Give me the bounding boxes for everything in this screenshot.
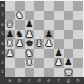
square-f1[interactable] bbox=[54, 68, 64, 78]
piece-white-rook: ♜ bbox=[6, 39, 14, 48]
square-e6[interactable] bbox=[44, 20, 54, 30]
square-b2[interactable] bbox=[15, 58, 25, 68]
square-a2[interactable] bbox=[5, 58, 15, 68]
piece-white-pawn: ♟ bbox=[25, 30, 33, 39]
piece-black-pawn: ♟ bbox=[64, 58, 72, 67]
piece-white-pawn: ♟ bbox=[6, 49, 14, 58]
square-g5[interactable] bbox=[64, 30, 74, 40]
file-labels: abcdefgh bbox=[5, 77, 83, 84]
piece-black-pawn: ♟ bbox=[25, 20, 33, 29]
square-e2[interactable] bbox=[44, 58, 54, 68]
piece-black-pawn: ♟ bbox=[55, 49, 63, 58]
piece-black-pawn: ♟ bbox=[6, 30, 14, 39]
file-label-e: e bbox=[44, 77, 54, 84]
piece-white-pawn: ♟ bbox=[45, 39, 53, 48]
chess-board: ♞♛♟♟♞♟♟♜♟♚♝♟♟♞♟♜♟♟♚ bbox=[5, 1, 83, 77]
square-h1[interactable] bbox=[73, 68, 83, 78]
piece-white-knight: ♞ bbox=[25, 49, 33, 58]
square-e5[interactable]: ♟ bbox=[44, 30, 54, 40]
file-label-d: d bbox=[34, 77, 44, 84]
square-d8[interactable] bbox=[34, 1, 44, 11]
square-f2[interactable]: ♟ bbox=[54, 58, 64, 68]
square-d7[interactable] bbox=[34, 11, 44, 21]
piece-black-king: ♚ bbox=[25, 39, 33, 48]
square-b5[interactable]: ♞ bbox=[15, 30, 25, 40]
square-c2[interactable]: ♜ bbox=[25, 58, 35, 68]
square-d6[interactable] bbox=[34, 20, 44, 30]
square-d1[interactable] bbox=[34, 68, 44, 78]
chess-board-widget: 87654321 ♞♛♟♟♞♟♟♜♟♚♝♟♟♞♟♜♟♟♚ abcdefgh bbox=[0, 0, 84, 84]
square-d4[interactable]: ♝ bbox=[34, 39, 44, 49]
square-h4[interactable] bbox=[73, 39, 83, 49]
square-g4[interactable] bbox=[64, 39, 74, 49]
square-g6[interactable] bbox=[64, 20, 74, 30]
square-h7[interactable] bbox=[73, 11, 83, 21]
board-right-edge bbox=[83, 0, 84, 77]
square-g8[interactable] bbox=[64, 1, 74, 11]
square-c7[interactable] bbox=[25, 11, 35, 21]
square-g2[interactable]: ♟ bbox=[64, 58, 74, 68]
piece-white-queen: ♛ bbox=[6, 20, 14, 29]
piece-white-bishop: ♝ bbox=[35, 39, 43, 48]
square-g1[interactable]: ♚ bbox=[64, 68, 74, 78]
square-g3[interactable] bbox=[64, 49, 74, 59]
file-label-g: g bbox=[64, 77, 74, 84]
square-e4[interactable]: ♟ bbox=[44, 39, 54, 49]
square-h3[interactable] bbox=[73, 49, 83, 59]
piece-black-pawn: ♟ bbox=[45, 30, 53, 39]
square-b7[interactable]: ♞ bbox=[15, 11, 25, 21]
square-d3[interactable] bbox=[34, 49, 44, 59]
file-label-a: a bbox=[5, 77, 15, 84]
square-a1[interactable] bbox=[5, 68, 15, 78]
square-a8[interactable] bbox=[5, 1, 15, 11]
square-c4[interactable]: ♚ bbox=[25, 39, 35, 49]
square-e7[interactable] bbox=[44, 11, 54, 21]
square-c3[interactable]: ♞ bbox=[25, 49, 35, 59]
square-c8[interactable] bbox=[25, 1, 35, 11]
file-label-f: f bbox=[54, 77, 64, 84]
square-b6[interactable] bbox=[15, 20, 25, 30]
square-e3[interactable] bbox=[44, 49, 54, 59]
square-h2[interactable] bbox=[73, 58, 83, 68]
piece-white-knight: ♞ bbox=[16, 11, 24, 20]
square-h8[interactable] bbox=[73, 1, 83, 11]
square-f3[interactable]: ♟ bbox=[54, 49, 64, 59]
file-label-b: b bbox=[15, 77, 25, 84]
square-c5[interactable]: ♟ bbox=[25, 30, 35, 40]
piece-white-king: ♚ bbox=[64, 68, 72, 77]
square-b1[interactable] bbox=[15, 68, 25, 78]
square-f8[interactable] bbox=[54, 1, 64, 11]
square-a5[interactable]: ♟ bbox=[5, 30, 15, 40]
square-c6[interactable]: ♟ bbox=[25, 20, 35, 30]
file-label-h: h bbox=[73, 77, 83, 84]
square-f7[interactable] bbox=[54, 11, 64, 21]
square-b8[interactable] bbox=[15, 1, 25, 11]
square-g7[interactable] bbox=[64, 11, 74, 21]
square-d5[interactable] bbox=[34, 30, 44, 40]
square-b4[interactable]: ♟ bbox=[15, 39, 25, 49]
square-f5[interactable] bbox=[54, 30, 64, 40]
square-a7[interactable] bbox=[5, 11, 15, 21]
square-f6[interactable] bbox=[54, 20, 64, 30]
square-a4[interactable]: ♜ bbox=[5, 39, 15, 49]
square-c1[interactable] bbox=[25, 68, 35, 78]
square-h5[interactable] bbox=[73, 30, 83, 40]
square-e1[interactable] bbox=[44, 68, 54, 78]
square-d2[interactable] bbox=[34, 58, 44, 68]
file-label-c: c bbox=[25, 77, 35, 84]
square-a3[interactable]: ♟ bbox=[5, 49, 15, 59]
square-e8[interactable] bbox=[44, 1, 54, 11]
piece-white-pawn: ♟ bbox=[16, 39, 24, 48]
square-b3[interactable] bbox=[15, 49, 25, 59]
piece-white-pawn: ♟ bbox=[55, 58, 63, 67]
piece-black-knight: ♞ bbox=[16, 30, 24, 39]
square-h6[interactable] bbox=[73, 20, 83, 30]
piece-white-rook: ♜ bbox=[25, 58, 33, 67]
square-a6[interactable]: ♛ bbox=[5, 20, 15, 30]
square-f4[interactable] bbox=[54, 39, 64, 49]
